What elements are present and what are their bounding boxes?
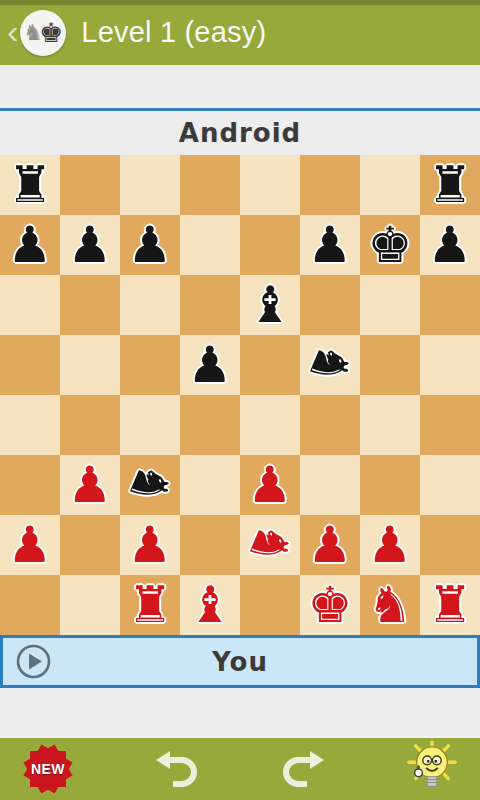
- square-c2[interactable]: ♟: [120, 515, 180, 575]
- square-d7[interactable]: [180, 215, 240, 275]
- square-c5[interactable]: [120, 335, 180, 395]
- player-label: You: [3, 647, 477, 677]
- black-knight-c3: ♞: [115, 454, 185, 516]
- red-rook-c1: ♜: [128, 575, 173, 635]
- square-g4[interactable]: [360, 395, 420, 455]
- square-e8[interactable]: [240, 155, 300, 215]
- square-e1[interactable]: [240, 575, 300, 635]
- square-e4[interactable]: [240, 395, 300, 455]
- square-a7[interactable]: ♟: [0, 215, 60, 275]
- square-d8[interactable]: [180, 155, 240, 215]
- logo-king-glyph: ♚: [39, 17, 63, 48]
- square-f6[interactable]: [300, 275, 360, 335]
- square-h3[interactable]: [420, 455, 480, 515]
- black-king-g7: ♚: [368, 215, 413, 275]
- redo-button[interactable]: [280, 749, 326, 789]
- square-d3[interactable]: [180, 455, 240, 515]
- square-b3[interactable]: ♟: [60, 455, 120, 515]
- square-a2[interactable]: ♟: [0, 515, 60, 575]
- square-f7[interactable]: ♟: [300, 215, 360, 275]
- square-a3[interactable]: [0, 455, 60, 515]
- player-bar: You: [0, 635, 480, 688]
- red-king-f1: ♚: [308, 575, 353, 635]
- red-pawn-a2: ♟: [8, 515, 53, 575]
- square-a4[interactable]: [0, 395, 60, 455]
- square-c3[interactable]: ♞: [120, 455, 180, 515]
- square-h8[interactable]: ♜: [420, 155, 480, 215]
- square-h2[interactable]: [420, 515, 480, 575]
- square-f4[interactable]: [300, 395, 360, 455]
- black-rook-a8: ♜: [8, 155, 53, 215]
- red-pawn-c2: ♟: [128, 515, 173, 575]
- square-a6[interactable]: [0, 275, 60, 335]
- square-d6[interactable]: [180, 275, 240, 335]
- redo-arrow-icon: [280, 749, 326, 789]
- square-f2[interactable]: ♟: [300, 515, 360, 575]
- square-f8[interactable]: [300, 155, 360, 215]
- square-b8[interactable]: [60, 155, 120, 215]
- chess-board[interactable]: ♜♜♟♟♟♟♚♟♝♟♞♟♞♟♟♟♞♟♟♜♝♚♞♜: [0, 155, 480, 635]
- square-d4[interactable]: [180, 395, 240, 455]
- red-knight-e2: ♞: [235, 514, 305, 576]
- black-rook-h8: ♜: [428, 155, 473, 215]
- square-a8[interactable]: ♜: [0, 155, 60, 215]
- square-b2[interactable]: [60, 515, 120, 575]
- square-g2[interactable]: ♟: [360, 515, 420, 575]
- square-h4[interactable]: [420, 395, 480, 455]
- square-f3[interactable]: [300, 455, 360, 515]
- square-b5[interactable]: [60, 335, 120, 395]
- black-pawn-h7: ♟: [428, 215, 473, 275]
- app-screen: ‹ ♞♚ Level 1 (easy) Android ♜♜♟♟♟♟♚♟♝♟♞♟…: [0, 0, 480, 800]
- red-pawn-e3: ♟: [248, 455, 293, 515]
- square-c1[interactable]: ♜: [120, 575, 180, 635]
- square-a5[interactable]: [0, 335, 60, 395]
- square-e5[interactable]: [240, 335, 300, 395]
- page-title: Level 1 (easy): [81, 16, 266, 49]
- opponent-bar: Android: [0, 111, 480, 155]
- app-logo-icon[interactable]: ♞♚: [20, 10, 66, 56]
- square-e7[interactable]: [240, 215, 300, 275]
- square-f1[interactable]: ♚: [300, 575, 360, 635]
- red-rook-h1: ♜: [428, 575, 473, 635]
- square-g8[interactable]: [360, 155, 420, 215]
- black-pawn-d5: ♟: [188, 335, 233, 395]
- square-d1[interactable]: ♝: [180, 575, 240, 635]
- undo-button[interactable]: [154, 749, 200, 789]
- square-a1[interactable]: [0, 575, 60, 635]
- square-g5[interactable]: [360, 335, 420, 395]
- square-h5[interactable]: [420, 335, 480, 395]
- new-game-button[interactable]: NEW: [22, 743, 74, 795]
- square-e6[interactable]: ♝: [240, 275, 300, 335]
- black-pawn-c7: ♟: [128, 215, 173, 275]
- undo-arrow-icon: [154, 749, 200, 789]
- square-g7[interactable]: ♚: [360, 215, 420, 275]
- red-pawn-f2: ♟: [308, 515, 353, 575]
- square-d2[interactable]: [180, 515, 240, 575]
- square-g3[interactable]: [360, 455, 420, 515]
- square-c8[interactable]: [120, 155, 180, 215]
- square-e3[interactable]: ♟: [240, 455, 300, 515]
- lightbulb-hint-icon: [406, 741, 458, 797]
- red-pawn-g2: ♟: [368, 515, 413, 575]
- square-f5[interactable]: ♞: [300, 335, 360, 395]
- black-pawn-f7: ♟: [308, 215, 353, 275]
- square-h1[interactable]: ♜: [420, 575, 480, 635]
- red-bishop-d1: ♝: [188, 575, 233, 635]
- red-knight-g1: ♞: [368, 575, 413, 635]
- spacer-strip: [0, 65, 480, 108]
- opponent-label: Android: [179, 118, 301, 148]
- red-pawn-b3: ♟: [68, 455, 113, 515]
- square-d5[interactable]: ♟: [180, 335, 240, 395]
- black-bishop-e6: ♝: [248, 275, 293, 335]
- square-b1[interactable]: [60, 575, 120, 635]
- square-b6[interactable]: [60, 275, 120, 335]
- new-badge-label: NEW: [22, 743, 74, 795]
- square-b7[interactable]: ♟: [60, 215, 120, 275]
- bottom-toolbar: NEW: [0, 736, 480, 800]
- square-h6[interactable]: [420, 275, 480, 335]
- black-pawn-a7: ♟: [8, 215, 53, 275]
- square-b4[interactable]: [60, 395, 120, 455]
- square-c4[interactable]: [120, 395, 180, 455]
- hint-button[interactable]: [406, 741, 458, 797]
- spacer-strip-bottom: [0, 688, 480, 736]
- black-knight-f5: ♞: [295, 334, 365, 396]
- back-chevron-icon[interactable]: ‹: [7, 1, 18, 61]
- square-g6[interactable]: [360, 275, 420, 335]
- square-c7[interactable]: ♟: [120, 215, 180, 275]
- square-e2[interactable]: ♞: [240, 515, 300, 575]
- square-h7[interactable]: ♟: [420, 215, 480, 275]
- square-c6[interactable]: [120, 275, 180, 335]
- square-g1[interactable]: ♞: [360, 575, 420, 635]
- black-pawn-b7: ♟: [68, 215, 113, 275]
- header-bar: ‹ ♞♚ Level 1 (easy): [0, 0, 480, 65]
